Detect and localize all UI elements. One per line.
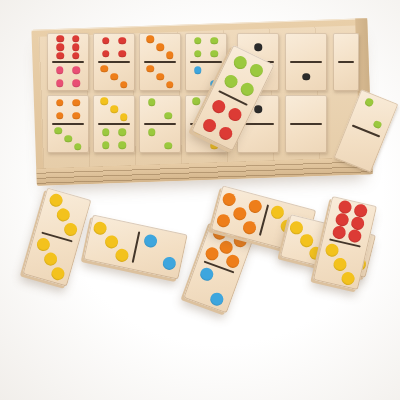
pip [119,37,127,45]
pip [119,129,127,137]
domino-tile-3-3[interactable] [22,187,91,286]
tile-half-0 [333,33,359,61]
pip [247,198,263,214]
pip [36,236,52,252]
pip [161,256,176,271]
pip [156,43,164,51]
tile-half-6 [47,33,89,61]
pip [114,247,129,262]
pip [201,117,218,134]
pip [364,98,374,108]
pip [232,206,248,222]
pip [193,97,201,105]
pip [43,251,59,267]
pip [248,62,265,79]
pip [72,35,80,43]
pip [332,257,348,273]
pip [254,105,262,113]
tile-half-3 [313,239,367,290]
domino-tile-0-0[interactable] [285,95,327,153]
tile-half-2 [139,95,181,123]
pip [102,142,110,150]
pip [102,50,110,58]
pip [298,233,314,249]
tile-half-3 [139,33,181,61]
pip [372,120,382,130]
pip [110,105,118,113]
domino-tile-6-4[interactable] [47,33,89,91]
pip [269,205,285,221]
pip [57,35,65,43]
tile-half-4 [185,33,227,61]
pip [104,234,119,249]
pip [101,97,109,105]
pip [325,243,341,259]
pip [211,50,219,58]
tile-half-0 [285,95,327,123]
pip [210,98,227,115]
domino-tile-3-2[interactable] [83,214,187,279]
tile-half-1 [285,63,327,91]
pip [72,43,80,51]
pip [119,50,127,58]
tile-half-3 [139,63,181,91]
pip [194,37,202,45]
domino-tile-2-2[interactable] [139,95,181,153]
pip [347,228,363,244]
pip [49,192,65,208]
pip [57,52,65,60]
pip [224,253,241,270]
pip [217,125,234,142]
pip [232,54,249,71]
pip [110,73,118,81]
pip [331,224,347,240]
tile-half-3 [83,214,139,269]
pip [156,73,164,81]
pip [73,67,81,75]
pip [73,99,81,107]
pip [120,113,128,121]
tile-half-3 [47,125,89,153]
pip [242,220,258,236]
pip [73,80,81,88]
domino-tile-4-3[interactable] [47,95,89,153]
pip [56,99,64,107]
domino-tile-4-3[interactable] [93,33,135,91]
pip [143,233,158,248]
pip [49,266,65,282]
pip [239,81,256,98]
pip [222,73,239,90]
pip [198,266,215,283]
domino-tile-0-1[interactable] [285,33,327,91]
pip [148,99,156,107]
tile-half-0 [333,63,359,91]
pip [62,222,78,238]
pip [147,35,155,43]
pip [211,37,219,45]
pip [218,239,235,256]
tile-half-3 [93,95,135,123]
pip [222,192,238,208]
pip [147,65,155,73]
pip [120,81,128,89]
tile-half-4 [47,95,89,123]
domino-tile-0-0[interactable] [333,33,359,91]
pip [227,106,244,123]
pip [148,128,156,136]
tile-half-0 [285,125,327,153]
tile-half-4 [93,125,135,153]
pip [64,135,72,143]
tile-half-3 [93,63,135,91]
pip [165,142,173,150]
pip [166,51,174,59]
pip [119,142,127,150]
tile-half-4 [93,33,135,61]
pip [93,221,108,236]
pip [302,73,310,81]
pip [209,291,226,308]
pip [73,112,81,120]
pip [289,220,305,236]
pip [102,37,110,45]
pip [72,52,80,60]
tile-half-2 [139,125,181,153]
pip [55,127,63,135]
table-surface [0,0,400,400]
pip [254,43,262,51]
tile-half-2 [132,225,188,280]
pip [102,129,110,137]
pip [165,112,173,120]
pip [55,207,71,223]
pip [194,50,202,58]
pip [74,143,82,151]
tile-half-0 [285,33,327,61]
domino-tile-3-4[interactable] [93,95,135,153]
pip [57,43,65,51]
pip [216,213,232,229]
pip [194,66,202,74]
pip [56,67,64,75]
tile-half-4 [47,63,89,91]
pip [166,81,174,89]
pip [340,270,356,286]
pip [56,80,64,88]
pip [204,246,221,263]
pip [101,65,109,73]
domino-tile-6-3[interactable] [313,196,377,290]
domino-tile-3-3[interactable] [139,33,181,91]
pip [56,112,64,120]
